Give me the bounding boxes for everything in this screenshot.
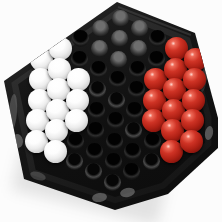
- red-marble[interactable]: [181, 109, 204, 132]
- board-hole: [129, 61, 146, 78]
- board-hole: [130, 40, 147, 57]
- board-hole: [111, 30, 128, 47]
- board-hole: [108, 92, 125, 109]
- board-hole: [88, 102, 105, 119]
- white-marble[interactable]: [66, 89, 89, 112]
- board-hole: [90, 61, 107, 78]
- board-hole: [125, 122, 142, 139]
- photo-background: [0, 0, 222, 222]
- board-hole: [148, 51, 165, 68]
- board-hole: [109, 71, 126, 88]
- board-hole: [87, 122, 104, 139]
- board-hole: [143, 153, 160, 170]
- board-hole: [110, 51, 127, 68]
- white-marble[interactable]: [44, 140, 67, 163]
- board-hole: [128, 81, 145, 98]
- board-hole: [86, 143, 103, 160]
- board-hole: [66, 153, 83, 170]
- board-hole: [149, 30, 166, 47]
- board-hole: [89, 81, 106, 98]
- board-hole: [112, 10, 129, 27]
- board-hole: [131, 20, 148, 37]
- board-hole: [144, 133, 161, 150]
- board-hole: [85, 163, 102, 180]
- white-marble[interactable]: [67, 68, 90, 91]
- red-marble[interactable]: [180, 130, 203, 153]
- board-hole: [106, 133, 123, 150]
- board-hole: [124, 143, 141, 160]
- board-hole: [107, 112, 124, 129]
- board-hole: [105, 153, 122, 170]
- board-hole: [123, 163, 140, 180]
- board-hole: [72, 30, 89, 47]
- board-hole: [126, 102, 143, 119]
- board-hole: [104, 174, 121, 191]
- board-hole: [71, 51, 88, 68]
- board-hole: [67, 133, 84, 150]
- white-marble[interactable]: [49, 37, 72, 60]
- white-marble[interactable]: [65, 109, 88, 132]
- red-marble[interactable]: [183, 68, 206, 91]
- board-hole: [91, 40, 108, 57]
- board-hole: [92, 20, 109, 37]
